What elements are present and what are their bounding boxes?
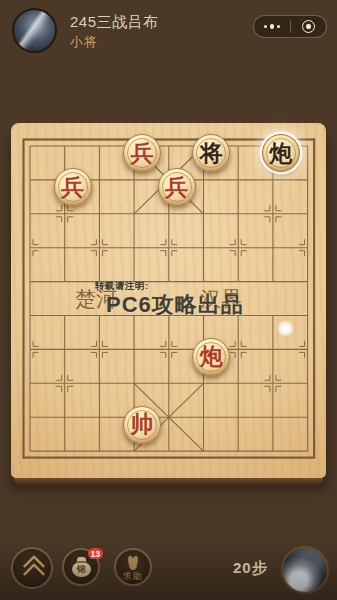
watermark-brand: PC6攻略出品 xyxy=(106,290,244,320)
piece-red-炮[interactable]: 炮 xyxy=(192,338,230,376)
ask-help-button[interactable]: 求助 xyxy=(114,548,152,586)
three-dots-icon xyxy=(264,24,281,29)
rank-label: 小将 xyxy=(70,33,98,51)
praying-hands-icon xyxy=(116,556,150,570)
more-button[interactable] xyxy=(254,16,290,37)
collapse-button[interactable] xyxy=(11,547,53,589)
app-page: 245三战吕布 小将 楚河 汉界 转载请注明: PC6攻略出品 兵将炮兵兵炮帅 … xyxy=(0,0,337,600)
opponent-avatar[interactable] xyxy=(281,546,329,594)
level-title: 245三战吕布 xyxy=(70,13,159,32)
circle-target-icon xyxy=(302,20,315,33)
piece-black-将[interactable]: 将 xyxy=(192,134,230,172)
piece-red-帅[interactable]: 帅 xyxy=(123,406,161,444)
move-counter: 20步 xyxy=(233,559,279,578)
xiangqi-board[interactable]: 楚河 汉界 转载请注明: PC6攻略出品 兵将炮兵兵炮帅 xyxy=(11,123,326,478)
player-avatar[interactable] xyxy=(12,8,57,53)
piece-red-兵[interactable]: 兵 xyxy=(54,168,92,206)
miniprogram-capsule xyxy=(253,15,327,38)
help-label: 求助 xyxy=(116,571,150,583)
sparkle-highlight xyxy=(277,320,294,337)
piece-red-兵[interactable]: 兵 xyxy=(158,168,196,206)
piece-black-炮[interactable]: 炮 xyxy=(262,134,300,172)
brocade-bag-icon: 锦 xyxy=(72,562,91,577)
close-home-button[interactable] xyxy=(291,16,327,37)
hint-count-badge: 13 xyxy=(88,548,103,559)
hint-bag-button[interactable]: 锦 13 xyxy=(62,548,100,586)
piece-red-兵[interactable]: 兵 xyxy=(123,134,161,172)
